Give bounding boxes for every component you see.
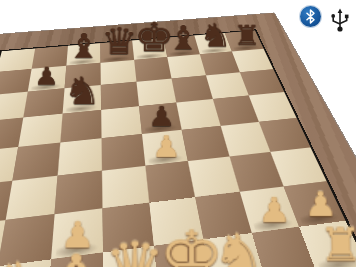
square-d1[interactable]: ♛ xyxy=(103,246,159,267)
piece-black-king[interactable]: ♚ xyxy=(134,17,167,57)
piece-white-rook[interactable]: ♜ xyxy=(314,222,356,267)
square-d8[interactable]: ♛ xyxy=(100,41,134,63)
square-b4[interactable] xyxy=(12,143,60,181)
square-e3[interactable] xyxy=(145,161,195,203)
square-c5[interactable] xyxy=(60,110,101,143)
board-frame: ♝♛♚♝♞♜♟♞♟♟♟♟♟♞♝♛♚♞♜ xyxy=(0,13,356,267)
piece-black-bishop[interactable]: ♝ xyxy=(67,29,101,63)
piece-black-queen[interactable]: ♛ xyxy=(101,23,135,60)
square-d3[interactable] xyxy=(102,166,149,209)
square-e4[interactable]: ♟ xyxy=(142,130,188,166)
square-c3[interactable] xyxy=(55,171,103,214)
chess-board: ♝♛♚♝♞♜♟♞♟♟♟♟♟♞♝♛♚♞♜ xyxy=(0,13,356,267)
piece-black-pawn[interactable]: ♟ xyxy=(142,103,182,131)
piece-black-knight[interactable]: ♞ xyxy=(199,19,232,52)
piece-white-king[interactable]: ♚ xyxy=(159,222,213,267)
piece-white-bishop[interactable]: ♝ xyxy=(48,248,105,267)
piece-white-pawn[interactable]: ♟ xyxy=(297,187,346,221)
square-d4[interactable] xyxy=(102,134,146,171)
connectivity-icons xyxy=(300,6,350,33)
square-d6[interactable] xyxy=(101,82,139,110)
piece-black-rook[interactable]: ♜ xyxy=(231,22,264,49)
square-h7[interactable] xyxy=(232,49,273,72)
square-h5[interactable] xyxy=(249,92,297,122)
square-h6[interactable] xyxy=(240,69,284,95)
board-scene: ♝♛♚♝♞♜♟♞♟♟♟♟♟♞♝♛♚♞♜ xyxy=(0,0,356,267)
square-g5[interactable] xyxy=(213,95,259,125)
piece-white-knight[interactable]: ♞ xyxy=(0,255,48,267)
square-c8[interactable]: ♝ xyxy=(66,43,100,66)
piece-white-queen[interactable]: ♛ xyxy=(104,234,159,267)
square-b1[interactable]: ♞ xyxy=(0,259,51,267)
square-c4[interactable] xyxy=(58,138,102,175)
square-f5[interactable] xyxy=(176,99,220,130)
piece-white-pawn[interactable]: ♟ xyxy=(145,132,188,162)
board-grid: ♝♛♚♝♞♜♟♞♟♟♟♟♟♞♝♛♚♞♜ xyxy=(0,29,356,267)
square-d5[interactable] xyxy=(101,106,142,138)
square-b7[interactable]: ♟ xyxy=(28,66,67,92)
product-photo: ♝♛♚♝♞♜♟♞♟♟♟♟♟♞♝♛♚♞♜ xyxy=(0,0,356,267)
bluetooth-icon xyxy=(300,6,321,27)
square-b5[interactable] xyxy=(18,114,62,147)
usb-icon xyxy=(330,7,350,33)
square-g8[interactable]: ♞ xyxy=(194,33,232,54)
square-b3[interactable] xyxy=(6,176,58,220)
piece-black-knight[interactable]: ♞ xyxy=(63,72,101,110)
square-c6[interactable]: ♞ xyxy=(63,85,102,114)
square-c1[interactable]: ♝ xyxy=(47,253,104,267)
square-b6[interactable] xyxy=(23,88,64,117)
piece-black-pawn[interactable]: ♟ xyxy=(28,64,64,89)
